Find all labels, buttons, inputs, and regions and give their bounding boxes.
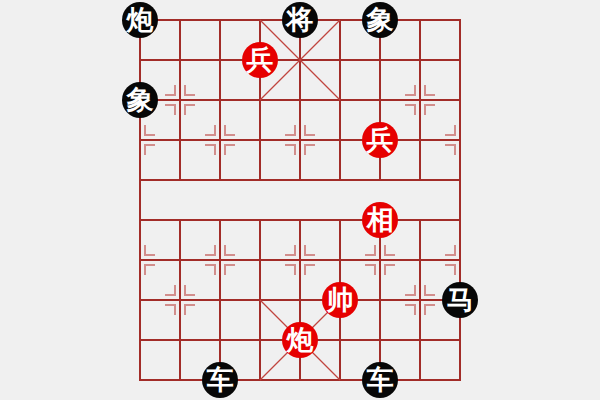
piece-black-cannon[interactable]: 炮 xyxy=(122,2,158,38)
piece-red-soldier[interactable]: 兵 xyxy=(242,42,278,78)
piece-red-general[interactable]: 帅 xyxy=(322,282,358,318)
piece-black-horse[interactable]: 马 xyxy=(442,282,478,318)
piece-red-elephant[interactable]: 相 xyxy=(362,202,398,238)
piece-black-general[interactable]: 将 xyxy=(282,2,318,38)
piece-black-elephant[interactable]: 象 xyxy=(362,2,398,38)
piece-black-elephant[interactable]: 象 xyxy=(122,82,158,118)
board-grid: 炮将象兵象兵相帅马炮车车 xyxy=(120,0,480,400)
piece-black-chariot[interactable]: 车 xyxy=(362,362,398,398)
piece-red-soldier[interactable]: 兵 xyxy=(362,122,398,158)
xiangqi-board: 炮将象兵象兵相帅马炮车车 xyxy=(0,0,600,400)
piece-black-chariot[interactable]: 车 xyxy=(202,362,238,398)
piece-red-cannon[interactable]: 炮 xyxy=(282,322,318,358)
